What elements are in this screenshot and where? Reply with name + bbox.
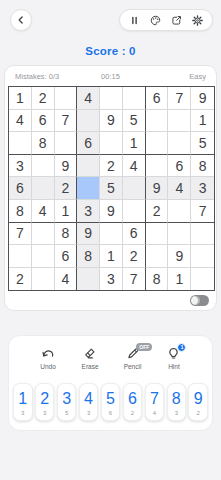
cell-r3c9[interactable]: 5 xyxy=(191,132,214,155)
cell-r1c7[interactable]: 6 xyxy=(146,87,169,110)
cell-r5c9[interactable]: 3 xyxy=(191,177,214,200)
cell-r7c6[interactable]: 6 xyxy=(123,223,146,246)
numpad-key-4[interactable]: 43 xyxy=(79,383,99,421)
cell-r7c2[interactable] xyxy=(32,223,55,246)
cell-r6c9[interactable]: 7 xyxy=(191,200,214,223)
cell-r9c8[interactable]: 1 xyxy=(168,268,191,291)
undo-icon xyxy=(40,346,57,361)
cell-r9c2[interactable] xyxy=(32,268,55,291)
pencil-label: Pencil xyxy=(124,363,142,370)
numpad-digit: 4 xyxy=(84,391,93,408)
cell-r6c3[interactable]: 1 xyxy=(55,200,78,223)
numpad-digit: 6 xyxy=(128,391,137,408)
cell-r2c1[interactable]: 4 xyxy=(9,110,32,133)
cell-r3c5[interactable] xyxy=(100,132,123,155)
cell-r8c9[interactable] xyxy=(191,245,214,268)
cell-r6c6[interactable] xyxy=(123,200,146,223)
cell-r9c1[interactable]: 2 xyxy=(9,268,32,291)
numpad-key-2[interactable]: 23 xyxy=(35,383,55,421)
numpad-remaining-count: 6 xyxy=(109,410,112,416)
cell-r8c2[interactable] xyxy=(32,245,55,268)
numpad-key-9[interactable]: 92 xyxy=(188,383,208,421)
cell-r5c5[interactable]: 5 xyxy=(100,177,123,200)
numpad-remaining-count: 3 xyxy=(21,410,24,416)
cell-r4c7[interactable] xyxy=(146,155,169,178)
undo-label: Undo xyxy=(40,363,56,370)
cell-r3c3[interactable] xyxy=(55,132,78,155)
theme-button[interactable] xyxy=(146,10,165,30)
cell-r5c1[interactable]: 6 xyxy=(9,177,32,200)
palette-icon xyxy=(149,14,162,27)
cell-r9c6[interactable]: 7 xyxy=(123,268,146,291)
numpad-digit: 9 xyxy=(194,391,203,408)
toggle-knob xyxy=(191,296,200,305)
cell-r3c6[interactable]: 1 xyxy=(123,132,146,155)
settings-button[interactable] xyxy=(188,10,207,30)
numpad-digit: 2 xyxy=(40,391,49,408)
cell-r8c4[interactable]: 8 xyxy=(77,245,100,268)
back-button[interactable] xyxy=(10,9,32,31)
difficulty-label: Easy xyxy=(142,72,206,81)
stats-row: Mistakes: 0/3 00:15 Easy xyxy=(8,70,213,86)
cell-r3c8[interactable] xyxy=(168,132,191,155)
numpad-digit: 8 xyxy=(172,391,181,408)
score-label: Score : 0 xyxy=(0,45,221,57)
cell-r7c4[interactable]: 9 xyxy=(77,223,100,246)
back-icon xyxy=(15,14,27,26)
cell-r1c9[interactable]: 9 xyxy=(191,87,214,110)
numpad-key-7[interactable]: 74 xyxy=(145,383,165,421)
cell-r4c9[interactable]: 8 xyxy=(191,155,214,178)
undo-button[interactable]: Undo xyxy=(40,346,57,370)
numpad-remaining-count: 4 xyxy=(153,410,156,416)
header xyxy=(0,0,221,31)
cell-r4c2[interactable] xyxy=(32,155,55,178)
settings-icon xyxy=(191,14,204,27)
cell-r4c4[interactable] xyxy=(77,155,100,178)
cell-r7c1[interactable]: 7 xyxy=(9,223,32,246)
numpad-key-5[interactable]: 56 xyxy=(101,383,121,421)
cell-r5c2[interactable] xyxy=(32,177,55,200)
numpad-remaining-count: 3 xyxy=(175,410,178,416)
cell-r2c2[interactable]: 6 xyxy=(32,110,55,133)
numpad-remaining-count: 3 xyxy=(43,410,46,416)
numpad-remaining-count: 2 xyxy=(131,410,134,416)
cell-r6c1[interactable]: 8 xyxy=(9,200,32,223)
numpad-remaining-count: 5 xyxy=(65,410,68,416)
cell-r4c1[interactable]: 3 xyxy=(9,155,32,178)
cell-r9c7[interactable]: 8 xyxy=(146,268,169,291)
toolbar: Undo Erase OFF Pencil 1 xyxy=(13,346,208,370)
cell-r1c3[interactable] xyxy=(55,87,78,110)
cell-r3c4[interactable]: 6 xyxy=(77,132,100,155)
cell-r2c8[interactable] xyxy=(168,110,191,133)
erase-button[interactable]: Erase xyxy=(82,346,99,370)
cell-r2c9[interactable]: 1 xyxy=(191,110,214,133)
cell-r3c7[interactable] xyxy=(146,132,169,155)
cell-r8c8[interactable]: 9 xyxy=(168,245,191,268)
hint-button[interactable]: 1 Hint xyxy=(166,346,181,370)
mistakes-counter: Mistakes: 0/3 xyxy=(15,72,79,81)
cell-r7c5[interactable] xyxy=(100,223,123,246)
cell-r3c2[interactable]: 8 xyxy=(32,132,55,155)
cell-r5c3[interactable]: 2 xyxy=(55,177,78,200)
numpad-key-8[interactable]: 83 xyxy=(167,383,187,421)
erase-label: Erase xyxy=(82,363,99,370)
cell-r8c5[interactable]: 1 xyxy=(100,245,123,268)
cell-r1c1[interactable]: 1 xyxy=(9,87,32,110)
controls-card: Undo Erase OFF Pencil 1 xyxy=(8,335,213,431)
numpad-key-1[interactable]: 13 xyxy=(13,383,33,421)
numpad-digit: 3 xyxy=(62,391,71,408)
board-toggle-switch[interactable] xyxy=(190,295,209,306)
cell-r9c9[interactable] xyxy=(191,268,214,291)
pause-button[interactable] xyxy=(125,10,144,30)
cell-r2c3[interactable]: 7 xyxy=(55,110,78,133)
cell-r9c5[interactable]: 3 xyxy=(100,268,123,291)
cell-r4c8[interactable]: 6 xyxy=(168,155,191,178)
cell-r2c4[interactable] xyxy=(77,110,100,133)
number-pad: 132335435662748392 xyxy=(13,383,208,421)
cell-r5c6[interactable] xyxy=(123,177,146,200)
cell-r1c8[interactable]: 7 xyxy=(168,87,191,110)
cell-r4c5[interactable]: 2 xyxy=(100,155,123,178)
sudoku-grid: 1246794679518615392468625943841392778966… xyxy=(8,86,215,291)
numpad-digit: 5 xyxy=(106,391,115,408)
cell-r6c7[interactable]: 2 xyxy=(146,200,169,223)
cell-r2c6[interactable]: 5 xyxy=(123,110,146,133)
cell-r8c3[interactable]: 6 xyxy=(55,245,78,268)
numpad-key-6[interactable]: 62 xyxy=(123,383,143,421)
cell-r8c7[interactable] xyxy=(146,245,169,268)
cell-r2c7[interactable] xyxy=(146,110,169,133)
numpad-digit: 7 xyxy=(150,391,159,408)
timer: 00:15 xyxy=(79,72,143,81)
board-card: Mistakes: 0/3 00:15 Easy 124679467951861… xyxy=(4,65,217,311)
numpad-remaining-count: 2 xyxy=(197,410,200,416)
cell-r7c8[interactable] xyxy=(168,223,191,246)
pencil-mode-badge: OFF xyxy=(136,343,152,351)
cell-r6c2[interactable]: 4 xyxy=(32,200,55,223)
cell-r1c4[interactable]: 4 xyxy=(77,87,100,110)
eraser-icon xyxy=(82,346,98,361)
cell-r4c3[interactable]: 9 xyxy=(55,155,78,178)
cell-r1c5[interactable] xyxy=(100,87,123,110)
cell-r8c6[interactable]: 2 xyxy=(123,245,146,268)
cell-r5c7[interactable]: 9 xyxy=(146,177,169,200)
cell-r1c2[interactable]: 2 xyxy=(32,87,55,110)
cell-r7c3[interactable]: 8 xyxy=(55,223,78,246)
cell-r8c1[interactable] xyxy=(9,245,32,268)
cell-r6c4[interactable]: 3 xyxy=(77,200,100,223)
hint-label: Hint xyxy=(168,363,180,370)
pause-icon xyxy=(128,14,141,27)
cell-r5c4[interactable] xyxy=(77,177,100,200)
cell-r9c3[interactable]: 4 xyxy=(55,268,78,291)
cell-r1c6[interactable] xyxy=(123,87,146,110)
toggle-row xyxy=(8,291,213,306)
share-button[interactable] xyxy=(167,10,186,30)
cell-r7c9[interactable] xyxy=(191,223,214,246)
cell-r7c7[interactable] xyxy=(146,223,169,246)
cell-r6c8[interactable] xyxy=(168,200,191,223)
cell-r9c4[interactable] xyxy=(77,268,100,291)
cell-r4c6[interactable]: 4 xyxy=(123,155,146,178)
cell-r6c5[interactable]: 9 xyxy=(100,200,123,223)
cell-r5c8[interactable]: 4 xyxy=(168,177,191,200)
numpad-key-3[interactable]: 35 xyxy=(57,383,77,421)
header-icon-group xyxy=(119,9,213,31)
hint-count-badge: 1 xyxy=(177,343,186,352)
share-icon xyxy=(170,14,183,27)
pencil-button[interactable]: OFF Pencil xyxy=(124,346,142,370)
numpad-digit: 1 xyxy=(18,391,27,408)
numpad-remaining-count: 3 xyxy=(87,410,90,416)
cell-r2c5[interactable]: 9 xyxy=(100,110,123,133)
cell-r3c1[interactable] xyxy=(9,132,32,155)
